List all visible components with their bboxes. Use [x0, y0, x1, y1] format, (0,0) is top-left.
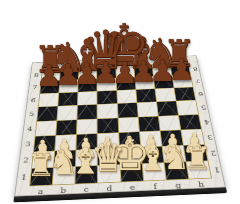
pieces-layer: ♜♞♝♛♚♝♞♜♟♟♟♟♟♟♟♟♟♟♟♟♟♟♟♟♜♞♝♛♚♝♞♜ [0, 0, 240, 204]
piece-black-pawn-a7[interactable]: ♟ [36, 62, 62, 90]
piece-white-rook-a1[interactable]: ♜ [27, 150, 55, 179]
piece-black-pawn-g7[interactable]: ♟ [149, 57, 175, 85]
chess-set-photo: 88a77b66c55d44e33f22g11h ♜♞♝♛♚♝♞♜♟♟♟♟♟♟♟… [0, 0, 240, 204]
